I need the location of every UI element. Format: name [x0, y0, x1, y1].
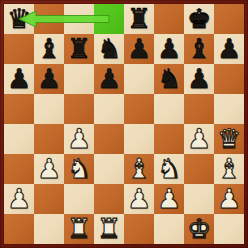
- square-d6[interactable]: ♟: [94, 64, 124, 94]
- square-a8[interactable]: ♛: [4, 4, 34, 34]
- black-rook-c7[interactable]: ♜: [67, 34, 91, 64]
- white-rook-c1[interactable]: ♜: [67, 214, 91, 244]
- black-king-g8[interactable]: ♚: [187, 4, 211, 34]
- square-e8[interactable]: ♜: [124, 4, 154, 34]
- square-c4[interactable]: ♟: [64, 124, 94, 154]
- square-g7[interactable]: ♝: [184, 34, 214, 64]
- square-f4[interactable]: [154, 124, 184, 154]
- black-bishop-b7[interactable]: ♝: [37, 34, 61, 64]
- square-a6[interactable]: ♟: [4, 64, 34, 94]
- square-b6[interactable]: ♟: [34, 64, 64, 94]
- white-pawn-e2[interactable]: ♟: [127, 184, 151, 214]
- black-pawn-e7[interactable]: ♟: [127, 34, 151, 64]
- square-g6[interactable]: ♟: [184, 64, 214, 94]
- square-f1[interactable]: [154, 214, 184, 244]
- white-bishop-e3[interactable]: ♝: [127, 154, 151, 184]
- black-queen-a8[interactable]: ♛: [7, 4, 31, 34]
- chess-board: ♛♜♚♝♜♞♟♟♝♟♟♟♟♞♟♟♟♛♟♞♝♞♝♟♟♟♟♜♜♚: [4, 4, 244, 244]
- white-queen-h4[interactable]: ♛: [217, 124, 241, 154]
- square-b1[interactable]: [34, 214, 64, 244]
- white-knight-f3[interactable]: ♞: [157, 154, 181, 184]
- square-d1[interactable]: ♜: [94, 214, 124, 244]
- square-h5[interactable]: [214, 94, 244, 124]
- black-pawn-d6[interactable]: ♟: [97, 64, 121, 94]
- square-d2[interactable]: [94, 184, 124, 214]
- square-g8[interactable]: ♚: [184, 4, 214, 34]
- square-a4[interactable]: [4, 124, 34, 154]
- black-pawn-h7[interactable]: ♟: [217, 34, 241, 64]
- white-pawn-c4[interactable]: ♟: [67, 124, 91, 154]
- square-a2[interactable]: ♟: [4, 184, 34, 214]
- square-e1[interactable]: [124, 214, 154, 244]
- white-knight-c3[interactable]: ♞: [67, 154, 91, 184]
- square-h1[interactable]: [214, 214, 244, 244]
- white-pawn-a2[interactable]: ♟: [7, 184, 31, 214]
- square-f6[interactable]: ♞: [154, 64, 184, 94]
- square-e5[interactable]: [124, 94, 154, 124]
- square-g1[interactable]: ♚: [184, 214, 214, 244]
- square-e4[interactable]: [124, 124, 154, 154]
- square-f8[interactable]: [154, 4, 184, 34]
- square-d8[interactable]: [94, 4, 124, 34]
- white-king-g1[interactable]: ♚: [187, 214, 211, 244]
- square-c7[interactable]: ♜: [64, 34, 94, 64]
- square-c3[interactable]: ♞: [64, 154, 94, 184]
- black-knight-d7[interactable]: ♞: [97, 34, 121, 64]
- black-bishop-g7[interactable]: ♝: [187, 34, 211, 64]
- square-e7[interactable]: ♟: [124, 34, 154, 64]
- square-a5[interactable]: [4, 94, 34, 124]
- black-pawn-a6[interactable]: ♟: [7, 64, 31, 94]
- black-pawn-f7[interactable]: ♟: [157, 34, 181, 64]
- square-h3[interactable]: ♝: [214, 154, 244, 184]
- square-g4[interactable]: ♟: [184, 124, 214, 154]
- square-a1[interactable]: [4, 214, 34, 244]
- square-g2[interactable]: [184, 184, 214, 214]
- black-knight-f6[interactable]: ♞: [157, 64, 181, 94]
- square-f5[interactable]: [154, 94, 184, 124]
- square-h7[interactable]: ♟: [214, 34, 244, 64]
- square-d4[interactable]: [94, 124, 124, 154]
- white-pawn-g4[interactable]: ♟: [187, 124, 211, 154]
- square-h6[interactable]: [214, 64, 244, 94]
- white-pawn-h2[interactable]: ♟: [217, 184, 241, 214]
- square-b4[interactable]: [34, 124, 64, 154]
- square-d3[interactable]: [94, 154, 124, 184]
- white-bishop-h3[interactable]: ♝: [217, 154, 241, 184]
- black-pawn-g6[interactable]: ♟: [187, 64, 211, 94]
- square-f2[interactable]: ♟: [154, 184, 184, 214]
- square-a7[interactable]: [4, 34, 34, 64]
- white-rook-d1[interactable]: ♜: [97, 214, 121, 244]
- square-b7[interactable]: ♝: [34, 34, 64, 64]
- square-g3[interactable]: [184, 154, 214, 184]
- square-d5[interactable]: [94, 94, 124, 124]
- square-e2[interactable]: ♟: [124, 184, 154, 214]
- square-b3[interactable]: ♟: [34, 154, 64, 184]
- black-rook-e8[interactable]: ♜: [127, 4, 151, 34]
- square-g5[interactable]: [184, 94, 214, 124]
- square-f3[interactable]: ♞: [154, 154, 184, 184]
- square-a3[interactable]: [4, 154, 34, 184]
- square-c6[interactable]: [64, 64, 94, 94]
- square-b8[interactable]: [34, 4, 64, 34]
- square-b5[interactable]: [34, 94, 64, 124]
- square-c2[interactable]: [64, 184, 94, 214]
- square-c5[interactable]: [64, 94, 94, 124]
- chess-board-frame: ♛♜♚♝♜♞♟♟♝♟♟♟♟♞♟♟♟♛♟♞♝♞♝♟♟♟♟♜♜♚: [0, 0, 248, 248]
- square-b2[interactable]: [34, 184, 64, 214]
- square-e3[interactable]: ♝: [124, 154, 154, 184]
- square-f7[interactable]: ♟: [154, 34, 184, 64]
- square-e6[interactable]: [124, 64, 154, 94]
- square-d7[interactable]: ♞: [94, 34, 124, 64]
- white-pawn-f2[interactable]: ♟: [157, 184, 181, 214]
- square-h8[interactable]: [214, 4, 244, 34]
- square-c1[interactable]: ♜: [64, 214, 94, 244]
- square-c8[interactable]: [64, 4, 94, 34]
- black-pawn-b6[interactable]: ♟: [37, 64, 61, 94]
- square-h4[interactable]: ♛: [214, 124, 244, 154]
- white-pawn-b3[interactable]: ♟: [37, 154, 61, 184]
- square-h2[interactable]: ♟: [214, 184, 244, 214]
